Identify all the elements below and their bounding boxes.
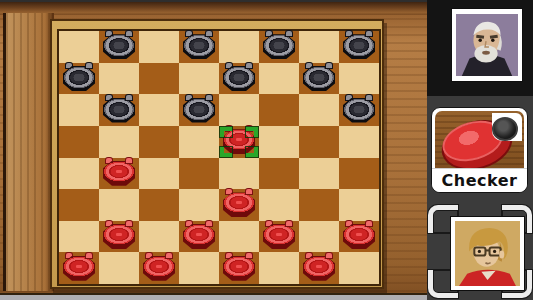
square-1-5[interactable] [219, 31, 259, 63]
piece-face [343, 98, 375, 123]
red-checker-icon [435, 111, 524, 171]
piece-face [143, 256, 175, 281]
piece-face [103, 34, 135, 59]
piece-face [343, 34, 375, 59]
square-4-5[interactable] [219, 126, 259, 158]
piece-face [103, 98, 135, 123]
red-piece[interactable] [343, 224, 375, 249]
square-7-5[interactable] [219, 221, 259, 253]
red-piece[interactable] [103, 161, 135, 186]
square-5-5[interactable] [219, 158, 259, 190]
piece-face [263, 34, 295, 59]
checkers-board [50, 19, 384, 289]
square-8-5[interactable] [219, 252, 259, 284]
square-1-7[interactable] [299, 31, 339, 63]
red-piece[interactable] [303, 256, 335, 281]
square-6-5[interactable] [219, 189, 259, 221]
square-3-3[interactable] [139, 94, 179, 126]
square-5-8[interactable] [339, 158, 379, 190]
black-piece[interactable] [183, 98, 215, 123]
red-piece[interactable] [63, 256, 95, 281]
piece-face [223, 66, 255, 91]
square-6-6[interactable] [259, 189, 299, 221]
square-3-5[interactable] [219, 94, 259, 126]
square-4-1[interactable] [59, 126, 99, 158]
square-5-1[interactable] [59, 158, 99, 190]
piece-face [303, 66, 335, 91]
square-6-3[interactable] [139, 189, 179, 221]
square-3-6[interactable] [259, 94, 299, 126]
square-6-7[interactable] [299, 189, 339, 221]
square-3-8[interactable] [339, 94, 379, 126]
piece-face [183, 224, 215, 249]
red-piece[interactable] [143, 256, 175, 281]
square-1-4[interactable] [179, 31, 219, 63]
table-top-rail [0, 2, 427, 15]
square-2-4[interactable] [179, 63, 219, 95]
square-2-7[interactable] [299, 63, 339, 95]
square-5-7[interactable] [299, 158, 339, 190]
bottom-gray-strip [0, 293, 427, 300]
black-piece[interactable] [63, 66, 95, 91]
black-piece[interactable] [303, 66, 335, 91]
square-2-8[interactable] [339, 63, 379, 95]
square-1-8[interactable] [339, 31, 379, 63]
square-8-8[interactable] [339, 252, 379, 284]
square-6-2[interactable] [99, 189, 139, 221]
square-1-1[interactable] [59, 31, 99, 63]
square-3-1[interactable] [59, 94, 99, 126]
card-notch [492, 113, 522, 141]
player-portrait[interactable] [450, 216, 525, 291]
black-piece[interactable] [103, 34, 135, 59]
square-3-7[interactable] [299, 94, 339, 126]
square-5-4[interactable] [179, 158, 219, 190]
black-piece[interactable] [263, 34, 295, 59]
square-8-6[interactable] [259, 252, 299, 284]
square-1-2[interactable] [99, 31, 139, 63]
sidebar: Checker [427, 0, 533, 300]
piece-type-card[interactable]: Checker [431, 107, 528, 193]
square-7-1[interactable] [59, 221, 99, 253]
red-piece[interactable] [103, 224, 135, 249]
black-piece[interactable] [223, 66, 255, 91]
piece-face [343, 224, 375, 249]
piece-face [223, 256, 255, 281]
black-piece[interactable] [343, 98, 375, 123]
table-left-edge [3, 13, 54, 291]
black-piece[interactable] [183, 34, 215, 59]
square-2-5[interactable] [219, 63, 259, 95]
piece-face [303, 256, 335, 281]
old-man-gray-beard-icon [456, 13, 518, 77]
red-piece[interactable] [263, 224, 295, 249]
square-4-2[interactable] [99, 126, 139, 158]
square-7-6[interactable] [259, 221, 299, 253]
square-4-4[interactable] [179, 126, 219, 158]
checkers-game-screen: Checker [0, 0, 533, 300]
square-2-3[interactable] [139, 63, 179, 95]
piece-card-label: Checker [432, 168, 527, 192]
piece-face [103, 161, 135, 186]
square-7-8[interactable] [339, 221, 379, 253]
square-5-6[interactable] [259, 158, 299, 190]
red-piece[interactable] [223, 192, 255, 217]
square-6-4[interactable] [179, 189, 219, 221]
square-4-7[interactable] [299, 126, 339, 158]
square-4-3[interactable] [139, 126, 179, 158]
square-1-6[interactable] [259, 31, 299, 63]
piece-face [63, 66, 95, 91]
square-7-4[interactable] [179, 221, 219, 253]
square-3-2[interactable] [99, 94, 139, 126]
square-8-3[interactable] [139, 252, 179, 284]
piece-face [183, 98, 215, 123]
square-6-8[interactable] [339, 189, 379, 221]
black-piece[interactable] [343, 34, 375, 59]
black-checker-icon [492, 117, 518, 141]
piece-face [263, 224, 295, 249]
square-5-3[interactable] [139, 158, 179, 190]
square-8-1[interactable] [59, 252, 99, 284]
square-2-2[interactable] [99, 63, 139, 95]
piece-face [103, 224, 135, 249]
square-4-6[interactable] [259, 126, 299, 158]
piece-face [223, 192, 255, 217]
piece-face [63, 256, 95, 281]
square-7-7[interactable] [299, 221, 339, 253]
red-piece[interactable] [223, 256, 255, 281]
red-piece[interactable] [223, 129, 255, 154]
square-7-3[interactable] [139, 221, 179, 253]
blonde-person-glasses-icon [455, 221, 520, 286]
square-2-6[interactable] [259, 63, 299, 95]
square-8-2[interactable] [99, 252, 139, 284]
red-piece[interactable] [183, 224, 215, 249]
square-5-2[interactable] [99, 158, 139, 190]
black-piece[interactable] [103, 98, 135, 123]
square-1-3[interactable] [139, 31, 179, 63]
player-panel[interactable] [428, 205, 532, 298]
square-4-8[interactable] [339, 126, 379, 158]
square-3-4[interactable] [179, 94, 219, 126]
piece-face [223, 129, 255, 154]
square-8-4[interactable] [179, 252, 219, 284]
piece-face [183, 34, 215, 59]
square-7-2[interactable] [99, 221, 139, 253]
square-8-7[interactable] [299, 252, 339, 284]
square-6-1[interactable] [59, 189, 99, 221]
square-2-1[interactable] [59, 63, 99, 95]
board-grid [57, 29, 381, 286]
opponent-portrait [451, 8, 523, 82]
